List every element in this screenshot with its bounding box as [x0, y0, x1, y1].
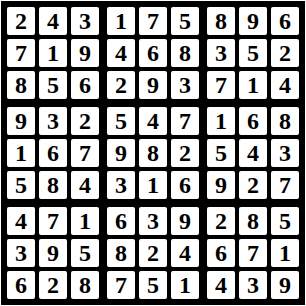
sudoku-cell-r1c7[interactable]: 8	[207, 7, 235, 35]
sudoku-cell-r3c8[interactable]: 1	[239, 71, 267, 99]
sudoku-cell-r6c1[interactable]: 5	[7, 171, 35, 199]
sudoku-box-4: 932167584	[7, 107, 99, 199]
sudoku-cell-r4c9[interactable]: 8	[271, 107, 299, 135]
sudoku-cell-r6c7[interactable]: 9	[207, 171, 235, 199]
sudoku-cell-r7c5[interactable]: 3	[139, 207, 167, 235]
sudoku-cell-r3c2[interactable]: 5	[39, 71, 67, 99]
sudoku-cell-r8c5[interactable]: 2	[139, 239, 167, 267]
sudoku-cell-r1c8[interactable]: 9	[239, 7, 267, 35]
sudoku-cell-r7c4[interactable]: 6	[107, 207, 135, 235]
sudoku-cell-r4c3[interactable]: 2	[71, 107, 99, 135]
sudoku-cell-r2c8[interactable]: 5	[239, 39, 267, 67]
sudoku-cell-r9c9[interactable]: 9	[271, 271, 299, 299]
sudoku-cell-r1c2[interactable]: 4	[39, 7, 67, 35]
sudoku-cell-r8c6[interactable]: 4	[171, 239, 199, 267]
sudoku-cell-r6c3[interactable]: 4	[71, 171, 99, 199]
sudoku-cell-r7c9[interactable]: 5	[271, 207, 299, 235]
sudoku-cell-r9c6[interactable]: 1	[171, 271, 199, 299]
sudoku-cell-r4c7[interactable]: 1	[207, 107, 235, 135]
sudoku-board-frame: 2437198561754682938963527149321675845479…	[0, 0, 306, 306]
sudoku-cell-r7c3[interactable]: 1	[71, 207, 99, 235]
sudoku-cell-r8c7[interactable]: 6	[207, 239, 235, 267]
sudoku-box-2: 175468293	[107, 7, 199, 99]
sudoku-cell-r4c5[interactable]: 4	[139, 107, 167, 135]
sudoku-board: 2437198561754682938963527149321675845479…	[1, 1, 305, 305]
sudoku-cell-r9c2[interactable]: 2	[39, 271, 67, 299]
sudoku-cell-r7c8[interactable]: 8	[239, 207, 267, 235]
sudoku-cell-r2c4[interactable]: 4	[107, 39, 135, 67]
sudoku-box-8: 639824751	[107, 207, 199, 299]
sudoku-cell-r5c2[interactable]: 6	[39, 139, 67, 167]
sudoku-cell-r3c3[interactable]: 6	[71, 71, 99, 99]
sudoku-cell-r7c2[interactable]: 7	[39, 207, 67, 235]
sudoku-cell-r3c6[interactable]: 3	[171, 71, 199, 99]
sudoku-cell-r9c8[interactable]: 3	[239, 271, 267, 299]
sudoku-cell-r5c6[interactable]: 2	[171, 139, 199, 167]
sudoku-cell-r2c7[interactable]: 3	[207, 39, 235, 67]
sudoku-cell-r3c1[interactable]: 8	[7, 71, 35, 99]
sudoku-cell-r4c2[interactable]: 3	[39, 107, 67, 135]
sudoku-cell-r1c1[interactable]: 2	[7, 7, 35, 35]
sudoku-cell-r8c3[interactable]: 5	[71, 239, 99, 267]
sudoku-box-6: 168543927	[207, 107, 299, 199]
sudoku-cell-r6c9[interactable]: 7	[271, 171, 299, 199]
sudoku-cell-r1c4[interactable]: 1	[107, 7, 135, 35]
sudoku-cell-r8c9[interactable]: 1	[271, 239, 299, 267]
sudoku-cell-r5c9[interactable]: 3	[271, 139, 299, 167]
sudoku-box-5: 547982316	[107, 107, 199, 199]
sudoku-cell-r9c1[interactable]: 6	[7, 271, 35, 299]
sudoku-cell-r2c2[interactable]: 1	[39, 39, 67, 67]
sudoku-cell-r4c6[interactable]: 7	[171, 107, 199, 135]
sudoku-box-7: 471395628	[7, 207, 99, 299]
sudoku-cell-r2c3[interactable]: 9	[71, 39, 99, 67]
sudoku-cell-r6c5[interactable]: 1	[139, 171, 167, 199]
sudoku-cell-r2c9[interactable]: 2	[271, 39, 299, 67]
sudoku-cell-r9c7[interactable]: 4	[207, 271, 235, 299]
sudoku-cell-r4c1[interactable]: 9	[7, 107, 35, 135]
sudoku-cell-r4c8[interactable]: 6	[239, 107, 267, 135]
sudoku-cell-r6c6[interactable]: 6	[171, 171, 199, 199]
sudoku-cell-r2c1[interactable]: 7	[7, 39, 35, 67]
sudoku-box-3: 896352714	[207, 7, 299, 99]
sudoku-cell-r3c4[interactable]: 2	[107, 71, 135, 99]
sudoku-cell-r5c4[interactable]: 9	[107, 139, 135, 167]
sudoku-cell-r1c3[interactable]: 3	[71, 7, 99, 35]
sudoku-box-1: 243719856	[7, 7, 99, 99]
sudoku-cell-r6c2[interactable]: 8	[39, 171, 67, 199]
sudoku-cell-r5c3[interactable]: 7	[71, 139, 99, 167]
sudoku-cell-r9c4[interactable]: 7	[107, 271, 135, 299]
sudoku-cell-r8c2[interactable]: 9	[39, 239, 67, 267]
sudoku-cell-r5c8[interactable]: 4	[239, 139, 267, 167]
sudoku-cell-r8c8[interactable]: 7	[239, 239, 267, 267]
sudoku-cell-r3c5[interactable]: 9	[139, 71, 167, 99]
sudoku-cell-r2c6[interactable]: 8	[171, 39, 199, 67]
sudoku-cell-r9c3[interactable]: 8	[71, 271, 99, 299]
sudoku-cell-r3c7[interactable]: 7	[207, 71, 235, 99]
sudoku-cell-r8c1[interactable]: 3	[7, 239, 35, 267]
sudoku-cell-r7c6[interactable]: 9	[171, 207, 199, 235]
sudoku-box-9: 285671439	[207, 207, 299, 299]
sudoku-cell-r7c7[interactable]: 2	[207, 207, 235, 235]
sudoku-cell-r5c7[interactable]: 5	[207, 139, 235, 167]
sudoku-cell-r3c9[interactable]: 4	[271, 71, 299, 99]
sudoku-cell-r1c9[interactable]: 6	[271, 7, 299, 35]
sudoku-cell-r1c6[interactable]: 5	[171, 7, 199, 35]
sudoku-cell-r1c5[interactable]: 7	[139, 7, 167, 35]
sudoku-cell-r6c8[interactable]: 2	[239, 171, 267, 199]
sudoku-cell-r9c5[interactable]: 5	[139, 271, 167, 299]
sudoku-cell-r5c5[interactable]: 8	[139, 139, 167, 167]
sudoku-cell-r7c1[interactable]: 4	[7, 207, 35, 235]
sudoku-cell-r8c4[interactable]: 8	[107, 239, 135, 267]
sudoku-cell-r5c1[interactable]: 1	[7, 139, 35, 167]
sudoku-cell-r4c4[interactable]: 5	[107, 107, 135, 135]
sudoku-cell-r2c5[interactable]: 6	[139, 39, 167, 67]
sudoku-cell-r6c4[interactable]: 3	[107, 171, 135, 199]
